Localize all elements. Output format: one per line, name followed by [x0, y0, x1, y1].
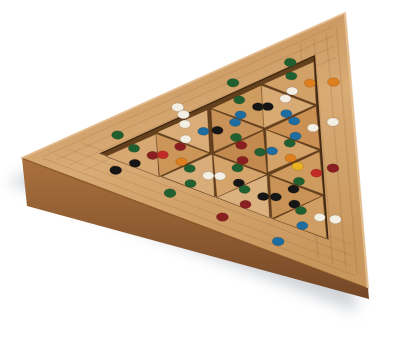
triangle-puzzle-board	[0, 0, 396, 360]
puzzle-scene	[0, 0, 396, 360]
